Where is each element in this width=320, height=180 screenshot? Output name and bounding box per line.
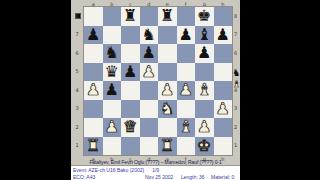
square-d2[interactable] (140, 118, 159, 137)
square-d6[interactable]: ♟ (140, 44, 159, 63)
square-c4[interactable] (121, 81, 140, 100)
square-f2[interactable]: ♝ (177, 118, 196, 137)
square-c2[interactable]: ♛ (121, 118, 140, 137)
square-h7[interactable]: ♟ (214, 26, 233, 45)
square-b3[interactable] (103, 100, 122, 119)
white-rook-e1[interactable]: ♜ (160, 137, 174, 155)
white-knight-e3[interactable]: ♞ (160, 100, 174, 118)
game-info-box: Event: AZE-ch U16 Baku (2002)1/9 ECO: A4… (71, 165, 240, 180)
rank-label-1: 1 (71, 143, 83, 148)
file-label-a: a (84, 2, 103, 7)
square-f7[interactable]: ♟ (177, 26, 196, 45)
rank-labels-left: 87654321 (71, 7, 83, 155)
black-queen-b5[interactable]: ♛ (105, 63, 119, 81)
stats-line: ECO: A43Nov 25 2002Length: 36Material: 0 (73, 174, 238, 180)
rank-label-3: 3 (231, 106, 240, 111)
square-f5[interactable] (177, 63, 196, 82)
rank-label-6: 6 (231, 51, 240, 56)
square-b8[interactable] (103, 7, 122, 26)
white-queen-c2[interactable]: ♛ (123, 118, 137, 136)
square-d5[interactable]: ♟ (140, 63, 159, 82)
square-f4[interactable]: ♟ (177, 81, 196, 100)
black-pawn-h7[interactable]: ♟ (216, 26, 230, 44)
square-b1[interactable] (103, 137, 122, 156)
square-g2[interactable]: ♟ (195, 118, 214, 137)
square-c3[interactable] (121, 100, 140, 119)
chess-board[interactable]: ♜♜♚♟♞♟♝♟♞♟♟♛♟♟♟♟♟♟♝♞♟♟♛♝♟♜♜♚ (84, 7, 232, 155)
eco-code: ECO: A43 (73, 174, 145, 180)
rank-label-6: 6 (71, 51, 83, 56)
square-d8[interactable] (140, 7, 159, 26)
file-label-b: b (103, 2, 122, 7)
square-a2[interactable] (84, 118, 103, 137)
white-pawn-g2[interactable]: ♟ (197, 118, 211, 136)
file-label-h: h (214, 2, 233, 7)
square-a1[interactable]: ♜ (84, 137, 103, 156)
black-rook-e8[interactable]: ♜ (160, 7, 174, 25)
black-pawn-f7[interactable]: ♟ (179, 26, 193, 44)
square-h4[interactable] (214, 81, 233, 100)
square-c7[interactable] (121, 26, 140, 45)
square-e2[interactable] (158, 118, 177, 137)
square-a3[interactable] (84, 100, 103, 119)
file-label-d: d (140, 2, 159, 7)
rank-label-3: 3 (71, 106, 83, 111)
black-pawn-a7[interactable]: ♟ (86, 26, 100, 44)
black-pawn-c5[interactable]: ♟ (123, 63, 137, 81)
square-a5[interactable] (84, 63, 103, 82)
event-line: Event: AZE-ch U16 Baku (2002)1/9 (73, 167, 238, 174)
square-c5[interactable]: ♟ (121, 63, 140, 82)
black-pawn-b4[interactable]: ♟ (105, 81, 119, 99)
square-h5[interactable] (214, 63, 233, 82)
white-rook-a1[interactable]: ♜ (86, 137, 100, 155)
black-knight-d7[interactable]: ♞ (142, 26, 156, 44)
square-g3[interactable] (195, 100, 214, 119)
rank-label-4: 4 (71, 88, 83, 93)
square-g7[interactable]: ♝ (195, 26, 214, 45)
rank-label-8: 8 (231, 14, 240, 19)
rank-label-5: 5 (71, 69, 83, 74)
square-a6[interactable] (84, 44, 103, 63)
square-d3[interactable] (140, 100, 159, 119)
white-pawn-a4[interactable]: ♟ (86, 81, 100, 99)
rank-label-2: 2 (71, 125, 83, 130)
captured-pieces-tray: ♞♝ (232, 68, 241, 89)
game-date: Nov 25 2002 (145, 174, 181, 180)
square-g8[interactable]: ♚ (195, 7, 214, 26)
square-b5[interactable]: ♛ (103, 63, 122, 82)
event-name: Event: AZE-ch U16 Baku (2002) (73, 167, 144, 173)
square-e7[interactable] (158, 26, 177, 45)
square-b7[interactable] (103, 26, 122, 45)
file-label-f: f (177, 2, 196, 7)
square-g6[interactable]: ♟ (195, 44, 214, 63)
event-round: 1/9 (152, 167, 159, 173)
rank-label-8: 8 (71, 14, 83, 19)
rank-label-2: 2 (231, 125, 240, 130)
square-f3[interactable] (177, 100, 196, 119)
white-bishop-f2[interactable]: ♝ (179, 118, 193, 136)
square-f1[interactable] (177, 137, 196, 156)
square-e3[interactable]: ♞ (158, 100, 177, 119)
black-bishop-g7[interactable]: ♝ (197, 26, 211, 44)
square-e4[interactable]: ♟ (158, 81, 177, 100)
black-king-g8[interactable]: ♚ (197, 7, 211, 25)
square-h1[interactable] (214, 137, 233, 156)
material-balance: Material: 0 (211, 174, 234, 180)
square-c1[interactable] (121, 137, 140, 156)
white-king-g1[interactable]: ♚ (197, 137, 211, 155)
square-d7[interactable]: ♞ (140, 26, 159, 45)
square-e5[interactable] (158, 63, 177, 82)
white-bishop-g4[interactable]: ♝ (197, 81, 211, 99)
square-h6[interactable] (214, 44, 233, 63)
square-g1[interactable]: ♚ (195, 137, 214, 156)
square-b4[interactable]: ♟ (103, 81, 122, 100)
white-pawn-d5[interactable]: ♟ (142, 63, 156, 81)
square-c6[interactable] (121, 44, 140, 63)
square-h3[interactable]: ♟ (214, 100, 233, 119)
white-pawn-e4[interactable]: ♟ (160, 81, 174, 99)
black-pawn-d6[interactable]: ♟ (142, 44, 156, 62)
white-pawn-f4[interactable]: ♟ (179, 81, 193, 99)
square-b6[interactable]: ♞ (103, 44, 122, 63)
rank-label-7: 7 (71, 32, 83, 37)
square-e1[interactable]: ♜ (158, 137, 177, 156)
white-pawn-h3[interactable]: ♟ (216, 100, 230, 118)
square-d1[interactable] (140, 137, 159, 156)
square-e6[interactable] (158, 44, 177, 63)
square-f8[interactable] (177, 7, 196, 26)
black-pawn-g6[interactable]: ♟ (197, 44, 211, 62)
black-knight-b6[interactable]: ♞ (105, 44, 119, 62)
square-h2[interactable] (214, 118, 233, 137)
white-pawn-b2[interactable]: ♟ (105, 118, 119, 136)
rank-label-1: 1 (231, 143, 240, 148)
square-g4[interactable]: ♝ (195, 81, 214, 100)
square-h8[interactable] (214, 7, 233, 26)
square-f6[interactable] (177, 44, 196, 63)
rank-label-7: 7 (231, 32, 240, 37)
square-e8[interactable]: ♜ (158, 7, 177, 26)
square-b2[interactable]: ♟ (103, 118, 122, 137)
square-c8[interactable]: ♜ (121, 7, 140, 26)
black-rook-c8[interactable]: ♜ (123, 7, 137, 25)
square-a4[interactable]: ♟ (84, 81, 103, 100)
square-d4[interactable] (140, 81, 159, 100)
captured-black-knight-icon: ♞ (232, 68, 240, 78)
square-a7[interactable]: ♟ (84, 26, 103, 45)
captured-white-bishop-icon: ♝ (232, 79, 240, 89)
game-length: Length: 36 (181, 174, 211, 180)
letterboxed-screenshot: { "game": "chess", "position": { "fen": … (0, 0, 320, 180)
square-g5[interactable] (195, 63, 214, 82)
chess-gui-panel: abcdefgh 87654321 ♜♜♚♟♞♟♝♟♞♟♟♛♟♟♟♟♟♟♝♞♟♟… (71, 0, 240, 180)
square-a8[interactable] (84, 7, 103, 26)
